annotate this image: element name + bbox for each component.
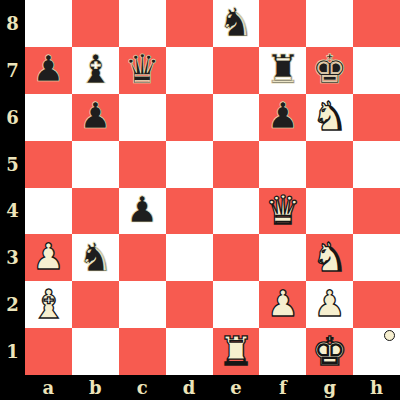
square-e6[interactable] bbox=[213, 94, 260, 141]
white-king-g1[interactable]: ♚ bbox=[312, 331, 348, 371]
square-f7[interactable]: ♜ bbox=[259, 47, 306, 94]
file-label-d: d bbox=[166, 375, 213, 400]
square-h2[interactable] bbox=[353, 281, 400, 328]
square-b7[interactable]: ♝ bbox=[72, 47, 119, 94]
square-g5[interactable] bbox=[306, 141, 353, 188]
square-d7[interactable] bbox=[166, 47, 213, 94]
square-e2[interactable] bbox=[213, 281, 260, 328]
square-c5[interactable] bbox=[119, 141, 166, 188]
chess-board[interactable]: ♞♟♝♛♜♚♟♟♞♟♛♟♞♞♝♟♟♜♚ bbox=[25, 0, 400, 375]
square-g7[interactable]: ♚ bbox=[306, 47, 353, 94]
square-a5[interactable] bbox=[25, 141, 72, 188]
square-b4[interactable] bbox=[72, 188, 119, 235]
rank-label-4: 4 bbox=[0, 188, 25, 235]
square-f5[interactable] bbox=[259, 141, 306, 188]
rank-label-3: 3 bbox=[0, 234, 25, 281]
square-e7[interactable] bbox=[213, 47, 260, 94]
square-f3[interactable] bbox=[259, 234, 306, 281]
square-a2[interactable]: ♝ bbox=[25, 281, 72, 328]
black-pawn-a7[interactable]: ♟ bbox=[32, 51, 64, 87]
square-a6[interactable] bbox=[25, 94, 72, 141]
square-e3[interactable] bbox=[213, 234, 260, 281]
rank-labels: 87654321 bbox=[0, 0, 25, 375]
black-queen-c7[interactable]: ♛ bbox=[124, 49, 160, 89]
square-d3[interactable] bbox=[166, 234, 213, 281]
square-c7[interactable]: ♛ bbox=[119, 47, 166, 94]
square-c4[interactable]: ♟ bbox=[119, 188, 166, 235]
square-e1[interactable]: ♜ bbox=[213, 328, 260, 375]
white-pawn-f2[interactable]: ♟ bbox=[267, 286, 299, 322]
white-pawn-a3[interactable]: ♟ bbox=[32, 239, 64, 275]
rank-label-6: 6 bbox=[0, 94, 25, 141]
square-b8[interactable] bbox=[72, 0, 119, 47]
square-b5[interactable] bbox=[72, 141, 119, 188]
square-g6[interactable]: ♞ bbox=[306, 94, 353, 141]
rank-label-5: 5 bbox=[0, 141, 25, 188]
square-e4[interactable] bbox=[213, 188, 260, 235]
rank-label-2: 2 bbox=[0, 281, 25, 328]
square-b3[interactable]: ♞ bbox=[72, 234, 119, 281]
square-h4[interactable] bbox=[353, 188, 400, 235]
square-b2[interactable] bbox=[72, 281, 119, 328]
black-king-g7[interactable]: ♚ bbox=[312, 49, 348, 89]
square-b1[interactable] bbox=[72, 328, 119, 375]
file-label-c: c bbox=[119, 375, 166, 400]
square-d5[interactable] bbox=[166, 141, 213, 188]
black-pawn-b6[interactable]: ♟ bbox=[79, 98, 111, 134]
file-label-e: e bbox=[213, 375, 260, 400]
square-h3[interactable] bbox=[353, 234, 400, 281]
square-d1[interactable] bbox=[166, 328, 213, 375]
square-f4[interactable]: ♛ bbox=[259, 188, 306, 235]
square-h6[interactable] bbox=[353, 94, 400, 141]
rank-label-1: 1 bbox=[0, 328, 25, 375]
white-pawn-g2[interactable]: ♟ bbox=[314, 286, 346, 322]
square-b6[interactable]: ♟ bbox=[72, 94, 119, 141]
black-knight-e8[interactable]: ♞ bbox=[218, 2, 254, 42]
rank-label-7: 7 bbox=[0, 47, 25, 94]
file-label-f: f bbox=[259, 375, 306, 400]
white-to-move-indicator bbox=[384, 330, 395, 341]
black-pawn-f6[interactable]: ♟ bbox=[267, 98, 299, 134]
square-e8[interactable]: ♞ bbox=[213, 0, 260, 47]
square-a1[interactable] bbox=[25, 328, 72, 375]
file-labels: abcdefgh bbox=[25, 375, 400, 400]
square-f2[interactable]: ♟ bbox=[259, 281, 306, 328]
square-c8[interactable] bbox=[119, 0, 166, 47]
white-queen-f4[interactable]: ♛ bbox=[265, 190, 301, 230]
white-rook-e1[interactable]: ♜ bbox=[218, 331, 254, 371]
file-label-a: a bbox=[25, 375, 72, 400]
square-f8[interactable] bbox=[259, 0, 306, 47]
square-f6[interactable]: ♟ bbox=[259, 94, 306, 141]
square-c1[interactable] bbox=[119, 328, 166, 375]
square-g3[interactable]: ♞ bbox=[306, 234, 353, 281]
white-knight-g6[interactable]: ♞ bbox=[312, 96, 348, 136]
black-knight-b3[interactable]: ♞ bbox=[77, 237, 113, 277]
square-d2[interactable] bbox=[166, 281, 213, 328]
chess-puzzle-app: 87654321 ♞♟♝♛♜♚♟♟♞♟♛♟♞♞♝♟♟♜♚ abcdefgh bbox=[0, 0, 400, 400]
square-h8[interactable] bbox=[353, 0, 400, 47]
file-label-h: h bbox=[353, 375, 400, 400]
square-d8[interactable] bbox=[166, 0, 213, 47]
square-g8[interactable] bbox=[306, 0, 353, 47]
white-bishop-a2[interactable]: ♝ bbox=[31, 284, 67, 324]
square-a4[interactable] bbox=[25, 188, 72, 235]
square-g2[interactable]: ♟ bbox=[306, 281, 353, 328]
square-g4[interactable] bbox=[306, 188, 353, 235]
square-c6[interactable] bbox=[119, 94, 166, 141]
square-g1[interactable]: ♚ bbox=[306, 328, 353, 375]
square-e5[interactable] bbox=[213, 141, 260, 188]
square-a8[interactable] bbox=[25, 0, 72, 47]
white-knight-g3[interactable]: ♞ bbox=[312, 237, 348, 277]
black-rook-f7[interactable]: ♜ bbox=[265, 49, 301, 89]
black-bishop-b7[interactable]: ♝ bbox=[77, 49, 113, 89]
square-h5[interactable] bbox=[353, 141, 400, 188]
file-label-g: g bbox=[306, 375, 353, 400]
square-a7[interactable]: ♟ bbox=[25, 47, 72, 94]
black-pawn-c4[interactable]: ♟ bbox=[126, 192, 158, 228]
square-d6[interactable] bbox=[166, 94, 213, 141]
square-h7[interactable] bbox=[353, 47, 400, 94]
rank-label-8: 8 bbox=[0, 0, 25, 47]
square-d4[interactable] bbox=[166, 188, 213, 235]
square-a3[interactable]: ♟ bbox=[25, 234, 72, 281]
file-label-b: b bbox=[72, 375, 119, 400]
square-f1[interactable] bbox=[259, 328, 306, 375]
square-c3[interactable] bbox=[119, 234, 166, 281]
square-c2[interactable] bbox=[119, 281, 166, 328]
